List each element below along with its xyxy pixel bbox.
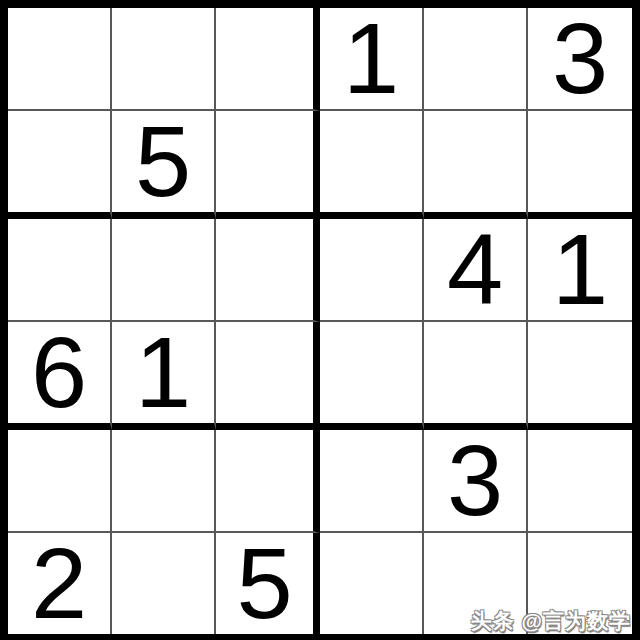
- cell-r3c4: [320, 219, 424, 322]
- cell-r4c2: 1: [112, 322, 216, 430]
- cell-r6c4: [320, 533, 424, 634]
- cell-r1c5: [424, 8, 528, 111]
- cell-r2c6: [528, 111, 632, 219]
- cell-r3c6: 1: [528, 219, 632, 322]
- cell-r5c3: [216, 430, 320, 533]
- cell-r4c1: 6: [8, 322, 112, 430]
- cell-r5c1: [8, 430, 112, 533]
- cell-r5c4: [320, 430, 424, 533]
- cell-r2c2: 5: [112, 111, 216, 219]
- cell-r5c6: [528, 430, 632, 533]
- cell-r4c3: [216, 322, 320, 430]
- cell-r2c3: [216, 111, 320, 219]
- cell-r5c2: [112, 430, 216, 533]
- cell-r3c2: [112, 219, 216, 322]
- cell-r4c4: [320, 322, 424, 430]
- sudoku-page: 1354161325 头条 @言为数学: [0, 0, 640, 640]
- cell-r3c5: 4: [424, 219, 528, 322]
- cell-r1c1: [8, 8, 112, 111]
- cell-r1c4: 1: [320, 8, 424, 111]
- cell-r6c2: [112, 533, 216, 634]
- cell-r4c5: [424, 322, 528, 430]
- cell-r1c2: [112, 8, 216, 111]
- cell-r4c6: [528, 322, 632, 430]
- cell-r1c6: 3: [528, 8, 632, 111]
- cell-r3c3: [216, 219, 320, 322]
- cell-r6c1: 2: [8, 533, 112, 634]
- watermark: 头条 @言为数学: [471, 607, 631, 635]
- cell-r6c3: 5: [216, 533, 320, 634]
- cell-r5c5: 3: [424, 430, 528, 533]
- cell-r2c1: [8, 111, 112, 219]
- cell-r1c3: [216, 8, 320, 111]
- cell-r2c4: [320, 111, 424, 219]
- board: 1354161325: [0, 0, 640, 640]
- cell-r2c5: [424, 111, 528, 219]
- cell-r3c1: [8, 219, 112, 322]
